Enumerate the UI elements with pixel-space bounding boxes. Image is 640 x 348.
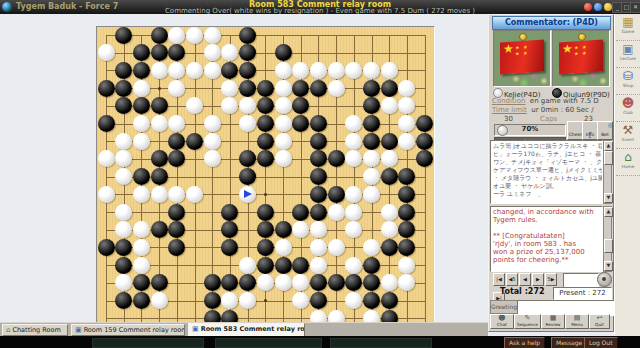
quit-button[interactable]: ↩Quit <box>589 314 610 329</box>
white-stone <box>398 257 415 274</box>
black-stone <box>239 44 256 61</box>
scroll-thumb[interactable] <box>604 239 613 253</box>
white-stone <box>398 274 415 291</box>
time-limit-label: Time limit <box>492 106 527 114</box>
black-stone <box>257 239 274 256</box>
white-stone <box>328 62 345 79</box>
black-stone <box>398 168 415 185</box>
white-stone <box>151 62 168 79</box>
toolbar-shop-button[interactable]: ⛁Shop <box>616 69 640 95</box>
black-stone <box>98 239 115 256</box>
black-stone <box>292 80 309 97</box>
white-stone <box>345 204 362 221</box>
toolbar-label: Shop <box>618 83 638 87</box>
black-stone <box>398 186 415 203</box>
black-stone <box>381 310 398 323</box>
white-stone <box>292 292 309 309</box>
white-stone <box>345 133 362 150</box>
commentary-line: ーラ ユミネフゕ、 <box>493 190 600 198</box>
system-line: won a prize of 25,137,000 <box>493 248 600 256</box>
white-stone <box>204 115 221 132</box>
toolbar-label: Home <box>618 164 638 168</box>
time-limit-value: ur 0min : 60 Sec / <box>531 106 593 114</box>
tab-icon: ⌂ <box>6 325 10 336</box>
black-stone <box>115 80 132 97</box>
condition-row: Condition en game with 7.5 D <box>492 97 610 106</box>
button-label: Quit <box>591 322 607 326</box>
system-scrollbar[interactable]: ▲ ▼ <box>603 206 612 272</box>
toolbar-home-button[interactable]: ⌂Home <box>616 150 640 176</box>
home-icon: ⌂ <box>616 150 640 164</box>
black-stone <box>257 257 274 274</box>
black-stone <box>310 133 327 150</box>
black-stone <box>168 133 185 150</box>
taskbar-segment <box>92 338 204 348</box>
white-stone <box>328 310 345 323</box>
black-stone <box>133 44 150 61</box>
black-stone <box>221 239 238 256</box>
white-stone <box>381 204 398 221</box>
black-stone <box>221 310 238 323</box>
black-stone <box>292 204 309 221</box>
black-stone <box>221 62 238 79</box>
white-stone <box>133 133 150 150</box>
white-stone <box>239 115 256 132</box>
system-line: ** [Congratulataten] <box>493 232 600 240</box>
white-stone <box>275 150 292 167</box>
bet-button-label: Bet <box>599 132 612 137</box>
white-stone <box>275 239 292 256</box>
white-stone <box>133 115 150 132</box>
black-stone <box>221 274 238 291</box>
black-stone <box>168 150 185 167</box>
white-stone <box>204 133 221 150</box>
time-limit-row: Time limit ur 0min : 60 Sec / <box>492 106 610 115</box>
white-stone <box>345 292 362 309</box>
blue-ball-icon[interactable] <box>594 3 602 11</box>
tab-label: Room 583 Comment relay room <box>201 325 305 333</box>
nav-button[interactable]: ◀ <box>519 273 531 286</box>
white-stone <box>151 186 168 203</box>
menu-button[interactable]: ▤Menu <box>565 314 589 329</box>
commentary-scrollbar[interactable]: ▲ ▼ <box>603 140 612 204</box>
black-stone <box>168 204 185 221</box>
commentary-line: ワン、チメjキォィ「ィゾモーマ ・ 、クユ、」ゼルユキ <box>493 158 600 166</box>
white-stone <box>239 186 256 203</box>
white-stone <box>310 62 327 79</box>
black-stone <box>275 44 292 61</box>
taskbar: Ask a helpMessageLog Out <box>0 336 640 348</box>
white-stone <box>345 150 362 167</box>
black-stone <box>133 168 150 185</box>
scroll-up-icon[interactable]: ▲ <box>604 141 613 151</box>
lecture-icon: ▣ <box>616 42 640 56</box>
tab-room-159-comment-relay-room[interactable]: ▣Room 159 Comment relay room <box>71 324 185 336</box>
white-stone <box>168 62 185 79</box>
commentary-line: ヒ」ォーラ170ゎ、ラチ、jエヒコ ・ 葆ヲスルュ・ <box>493 150 600 158</box>
white-stone <box>151 115 168 132</box>
system-line: Tygem rules. <box>493 216 600 224</box>
club-icon: ☻ <box>616 96 640 110</box>
cheer-slider[interactable]: 70% <box>494 124 566 136</box>
nav-button[interactable]: ▶ <box>532 273 544 286</box>
move-number-input[interactable] <box>563 273 599 288</box>
black-stone <box>115 257 132 274</box>
white-stone <box>221 80 238 97</box>
pushpin-icon <box>519 33 527 41</box>
nav-button[interactable]: |◀ <box>493 273 505 286</box>
tab-icon: ▣ <box>192 324 199 335</box>
title-bar: Tygem Baduk - Force 7 Room 583 Comment r… <box>0 0 640 14</box>
black-player: QiuJun9(P9D) <box>552 88 610 97</box>
white-stone <box>186 62 203 79</box>
black-stone <box>151 150 168 167</box>
white-stone <box>381 62 398 79</box>
toolbar-label: Game <box>618 29 638 33</box>
system-message-area[interactable]: changed, in accordance withTygem rules. … <box>490 206 603 272</box>
white-stone <box>186 186 203 203</box>
black-stone <box>115 62 132 79</box>
toolbar-label: Club <box>618 110 638 114</box>
nav-button[interactable]: ◀5 <box>506 273 518 286</box>
black-stone <box>310 80 327 97</box>
white-stone <box>398 97 415 114</box>
scroll-down-icon[interactable]: ▼ <box>604 193 613 203</box>
black-stone <box>151 168 168 185</box>
yellow-bell-icon[interactable] <box>604 3 612 11</box>
white-stone <box>328 204 345 221</box>
black-stone <box>381 80 398 97</box>
scroll-up-icon[interactable]: ▲ <box>604 207 613 217</box>
white-stone <box>168 115 185 132</box>
black-stone <box>115 97 132 114</box>
black-stone <box>310 168 327 185</box>
system-line: changed, in accordance with <box>493 208 600 216</box>
white-stone <box>328 80 345 97</box>
white-stone <box>345 186 362 203</box>
white-stone <box>204 150 221 167</box>
white-stone <box>292 62 309 79</box>
black-stone <box>239 80 256 97</box>
toolbar-event-button[interactable]: ⚒Event <box>616 123 640 149</box>
black-stone <box>133 97 150 114</box>
white-stone <box>115 150 132 167</box>
black-stone <box>416 133 433 150</box>
white-stone <box>239 292 256 309</box>
info-button[interactable]: i Info <box>582 121 598 140</box>
log-out-button[interactable]: Log Out <box>584 337 618 348</box>
message-button[interactable]: Message <box>551 337 587 348</box>
white-stone <box>133 80 150 97</box>
black-stone <box>275 257 292 274</box>
china-flag-icon: ★★ ★★ ★ <box>500 39 544 74</box>
go-button[interactable] <box>597 272 612 287</box>
black-stone <box>328 186 345 203</box>
black-stone <box>381 239 398 256</box>
black-stone <box>363 133 380 150</box>
black-stone <box>98 80 115 97</box>
white-stone <box>363 62 380 79</box>
black-stone <box>151 274 168 291</box>
black-stone <box>257 204 274 221</box>
black-stone <box>204 274 221 291</box>
black-stone <box>115 239 132 256</box>
black-stone <box>381 168 398 185</box>
system-line: points for cheering.** <box>493 256 600 264</box>
chat-button-row: ☻Chat✎Sequence▦Review▤Menu↩Quit <box>490 314 612 329</box>
white-stone <box>345 257 362 274</box>
white-stone <box>168 80 185 97</box>
black-stone <box>239 27 256 44</box>
shop-icon: ⛁ <box>616 69 640 83</box>
white-stone <box>275 62 292 79</box>
button-label: Review <box>544 322 563 326</box>
event-icon: ⚒ <box>616 123 640 137</box>
white-stone <box>363 310 380 323</box>
white-stone <box>381 97 398 114</box>
cheer-button-label: Cheer! <box>569 132 582 137</box>
white-stone <box>275 115 292 132</box>
black-stone <box>168 221 185 238</box>
white-stone <box>115 204 132 221</box>
black-stone <box>133 274 150 291</box>
white-stone <box>363 186 380 203</box>
black-stone <box>204 310 221 323</box>
system-line <box>493 224 600 232</box>
toolbar-club-button[interactable]: ☻Club <box>616 96 640 122</box>
grid-line <box>425 35 426 323</box>
button-label: Chat <box>493 322 512 326</box>
white-stone <box>398 115 415 132</box>
black-stone <box>363 292 380 309</box>
white-stone <box>98 150 115 167</box>
white-stone <box>98 44 115 61</box>
commentary-line: ムラ笥 jオユココに抽ラクラルスキ ・ 聢 <box>493 142 600 150</box>
white-stone <box>98 186 115 203</box>
white-stone <box>133 257 150 274</box>
chat-button[interactable]: ☻Chat <box>490 314 514 329</box>
grid-line <box>106 35 107 323</box>
black-stone <box>310 115 327 132</box>
black-stone <box>292 257 309 274</box>
white-stone <box>310 221 327 238</box>
black-stone <box>310 292 327 309</box>
cheer-button[interactable]: Cheer! <box>567 121 583 140</box>
toolbar-label: Lecture <box>618 56 638 60</box>
last-move-marker <box>244 190 252 198</box>
board-grid[interactable] <box>106 35 425 323</box>
total-moves: Total :272 <box>500 287 545 296</box>
right-toolbar: ▦Game▣Lecture⛁Shop☻Club⚒Event⌂Home <box>614 14 640 336</box>
white-stone <box>221 292 238 309</box>
white-stone <box>275 133 292 150</box>
black-stone <box>381 133 398 150</box>
white-stone <box>151 292 168 309</box>
black-stone <box>257 97 274 114</box>
button-label: Sequence <box>517 322 538 326</box>
black-stone <box>257 150 274 167</box>
black-stone <box>416 115 433 132</box>
white-stone <box>381 274 398 291</box>
black-stone <box>310 150 327 167</box>
star-point <box>264 193 267 196</box>
white-stone <box>398 133 415 150</box>
white-stone <box>275 80 292 97</box>
black-stone <box>239 150 256 167</box>
taskbar-segment <box>215 338 322 348</box>
red-ball-icon[interactable] <box>584 3 592 11</box>
black-stone <box>221 221 238 238</box>
white-stone <box>363 239 380 256</box>
black-stone <box>151 97 168 114</box>
black-stone <box>345 274 362 291</box>
black-stone <box>328 150 345 167</box>
toolbar-lecture-button[interactable]: ▣Lecture <box>616 42 640 68</box>
star-point <box>264 299 267 302</box>
white-stone <box>204 44 221 61</box>
white-stone <box>292 221 309 238</box>
toolbar-game-button[interactable]: ▦Game <box>616 15 640 41</box>
black-stone <box>363 274 380 291</box>
white-stone <box>133 186 150 203</box>
black-player-flag: ★★ ★★ ★ <box>552 30 610 87</box>
black-stone <box>204 292 221 309</box>
white-stone <box>310 239 327 256</box>
ask-a-help-button[interactable]: Ask a help <box>504 337 545 348</box>
commentary-text-area[interactable]: ムラ笥 jオユココに抽ラクラルスキ ・ 聢ヒ」ォーラ170ゎ、ラチ、jエヒコ ・… <box>490 140 603 204</box>
black-stone <box>151 44 168 61</box>
black-stone <box>363 97 380 114</box>
white-stone <box>363 168 380 185</box>
white-stone <box>257 274 274 291</box>
white-stone <box>204 27 221 44</box>
black-stone <box>168 44 185 61</box>
commentator-header: Commentator: (P4D) <box>492 16 611 30</box>
bet-button[interactable]: Bet <box>597 121 613 140</box>
black-stone <box>186 133 203 150</box>
tab-label: Chatting Room <box>12 326 60 334</box>
black-stone <box>151 221 168 238</box>
black-stone <box>133 62 150 79</box>
white-stone <box>239 97 256 114</box>
black-stone <box>398 204 415 221</box>
present-move-box: Present : 272 <box>553 287 612 300</box>
taskbar-segment <box>330 338 432 348</box>
black-stone <box>221 204 238 221</box>
white-stone <box>221 97 238 114</box>
white-stone <box>186 27 203 44</box>
button-label: Menu <box>568 322 587 326</box>
black-stone <box>292 97 309 114</box>
black-stone <box>310 204 327 221</box>
scroll-thumb[interactable] <box>604 151 613 165</box>
commentary-line: ケアマィフウス單一遷ヒ、jメイクミミザヒ知スキユニ <box>493 166 600 174</box>
black-stone <box>257 221 274 238</box>
white-stone <box>275 97 292 114</box>
china-flag-icon: ★★ ★★ ★ <box>559 39 603 74</box>
white-stone <box>115 168 132 185</box>
white-stone <box>115 221 132 238</box>
totals-row: Total :272 Present : 272 <box>492 287 610 298</box>
game-status-line: Commenting Over( white wins by resignati… <box>0 7 640 14</box>
black-stone <box>292 115 309 132</box>
condition-label: Condition <box>492 97 525 105</box>
go-board-panel <box>96 26 435 323</box>
scroll-down-icon[interactable]: ▼ <box>604 261 613 271</box>
black-stone <box>363 80 380 97</box>
toolbar-label: Event <box>618 137 638 141</box>
black-stone <box>310 186 327 203</box>
white-player: KeJie(P4D) <box>493 88 540 97</box>
black-stone <box>398 239 415 256</box>
pushpin-icon <box>578 33 586 41</box>
caps-white-count: 30 <box>504 115 513 123</box>
tab-label: Room 159 Comment relay room <box>84 326 185 334</box>
slider-knob[interactable] <box>497 125 508 136</box>
close-button[interactable]: ✕ <box>630 2 640 13</box>
white-stone <box>292 274 309 291</box>
white-player-flag: ★★ ★★ ★ <box>493 30 551 87</box>
white-stone <box>398 80 415 97</box>
greeting-label: Greeting <box>490 300 518 314</box>
move-nav-row: |◀◀5◀▶5▶▶| <box>493 273 563 285</box>
white-stone <box>115 133 132 150</box>
white-stone <box>239 257 256 274</box>
white-stone <box>345 115 362 132</box>
black-stone <box>328 274 345 291</box>
black-stone <box>239 274 256 291</box>
nav-button[interactable]: 5▶ <box>545 273 557 286</box>
tab-chatting-room[interactable]: ⌂Chatting Room <box>2 324 68 336</box>
white-stone <box>115 274 132 291</box>
black-stone <box>239 62 256 79</box>
black-stone <box>257 115 274 132</box>
white-stone <box>168 27 185 44</box>
black-stone <box>98 115 115 132</box>
black-stone <box>257 80 274 97</box>
sequence-button[interactable]: ✎Sequence <box>514 314 541 329</box>
game-icon: ▦ <box>616 15 640 29</box>
white-stone <box>310 310 327 323</box>
black-stone <box>398 221 415 238</box>
white-stone <box>133 221 150 238</box>
white-stone <box>133 239 150 256</box>
black-stone <box>115 292 132 309</box>
review-button[interactable]: ▦Review <box>541 314 565 329</box>
star-point <box>158 87 161 90</box>
white-stone <box>345 62 362 79</box>
tab-icon: ▣ <box>75 325 82 336</box>
white-stone <box>363 150 380 167</box>
black-stone <box>363 115 380 132</box>
black-stone <box>275 221 292 238</box>
commentary-line: オユ嬰 ・ ヤケルン訓。 <box>493 182 600 190</box>
black-stone <box>151 27 168 44</box>
condition-value: en game with 7.5 D <box>530 97 599 105</box>
black-stone <box>168 239 185 256</box>
white-stone <box>275 274 292 291</box>
black-stone <box>257 133 274 150</box>
white-stone <box>221 44 238 61</box>
caps-label: Caps <box>540 115 557 123</box>
white-stone <box>204 62 221 79</box>
white-stone <box>186 97 203 114</box>
white-stone <box>328 239 345 256</box>
tab-room-583-comment-relay-room[interactable]: ▣Room 583 Comment relay room <box>188 323 305 337</box>
white-stone <box>381 221 398 238</box>
black-stone <box>363 257 380 274</box>
black-stone <box>133 292 150 309</box>
